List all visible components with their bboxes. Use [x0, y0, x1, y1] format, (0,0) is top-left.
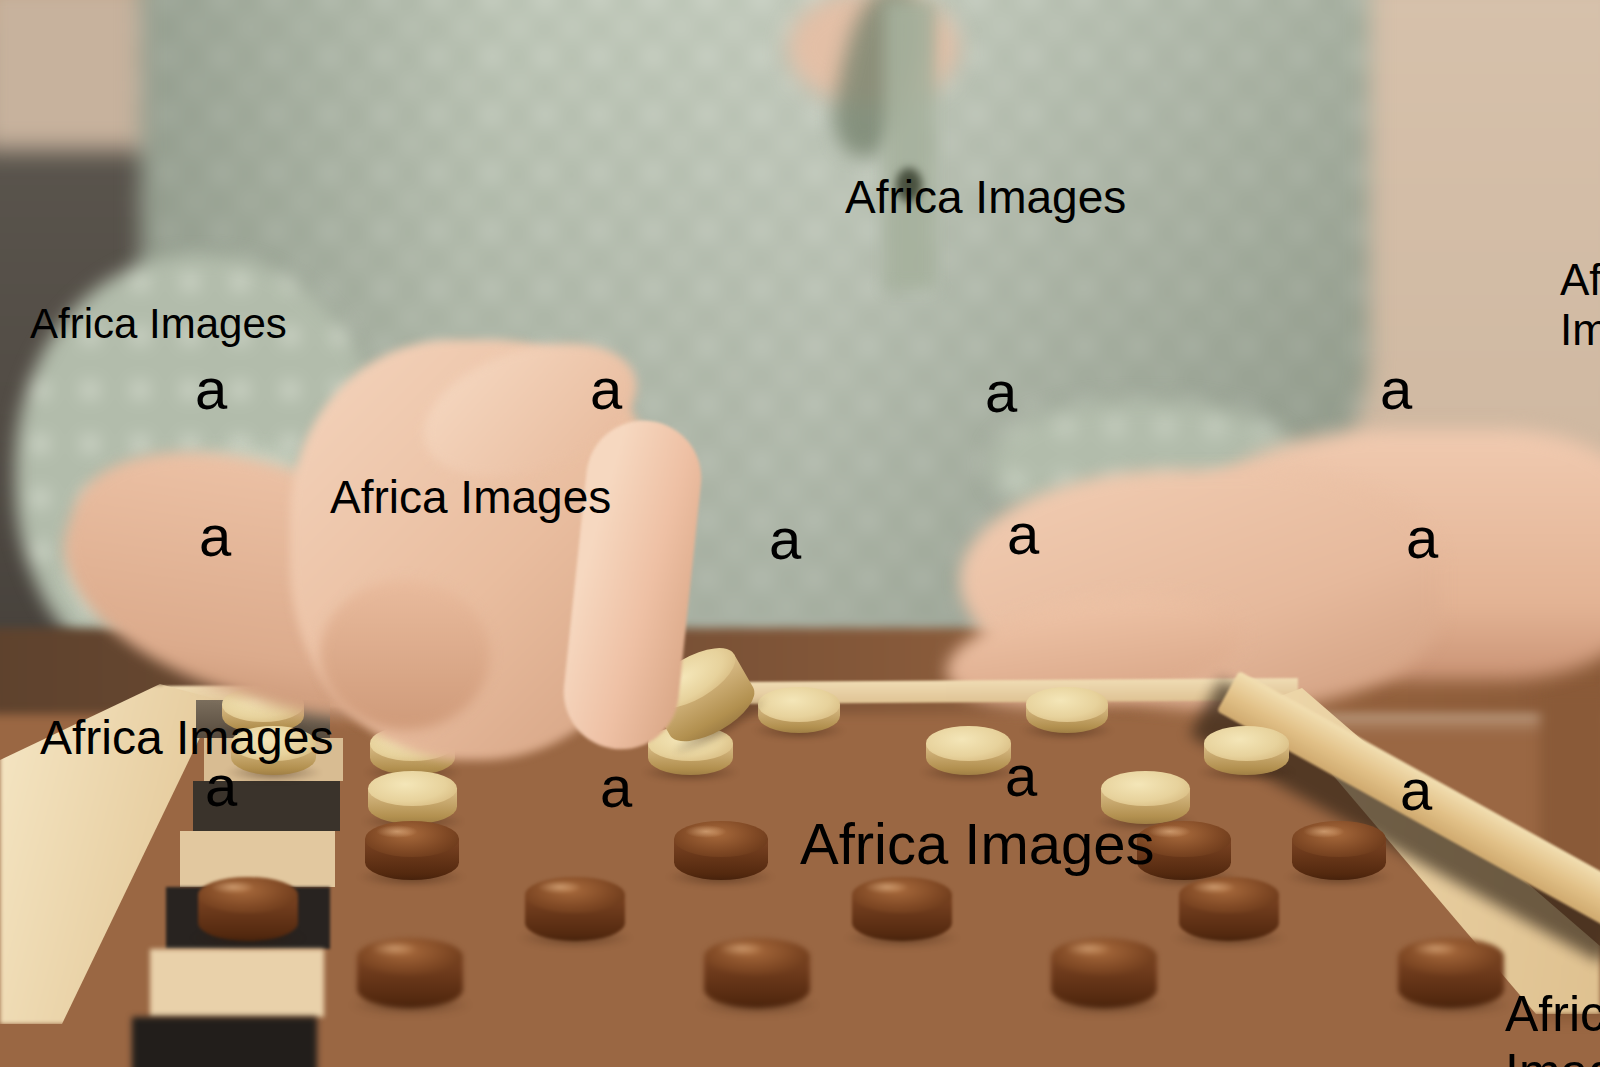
watermark-logo-letter: a [205, 752, 237, 819]
watermark-logo-a-icon: a [199, 502, 285, 588]
watermark-logo-a-icon: a [1005, 742, 1091, 828]
watermark-logo-letter: a [1005, 742, 1037, 809]
photo-stage: Africa ImagesAfrica ImagesAfrica ImagesA… [0, 0, 1600, 1067]
watermark-logo-a-icon: a [985, 358, 1071, 444]
watermark-logo-a-icon: a [195, 355, 281, 441]
watermark-text: Africa Images [1560, 255, 1600, 355]
watermark-logo-letter: a [1406, 504, 1438, 571]
watermark-logo-a-icon: a [600, 753, 686, 839]
watermark-layer: Africa ImagesAfrica ImagesAfrica ImagesA… [0, 0, 1600, 1067]
watermark-logo-a-icon: a [1406, 504, 1492, 590]
watermark-text: Africa Images [30, 300, 287, 348]
watermark-logo-a-icon: a [205, 752, 291, 838]
watermark-logo-letter: a [600, 753, 632, 820]
watermark-logo-a-icon: a [1400, 756, 1486, 842]
watermark-logo-a-icon: a [1007, 500, 1093, 586]
watermark-logo-letter: a [1380, 355, 1412, 422]
watermark-logo-letter: a [590, 355, 622, 422]
watermark-logo-letter: a [1400, 756, 1432, 823]
watermark-logo-a-icon: a [1380, 355, 1466, 441]
watermark-text: Africa Images [845, 170, 1126, 224]
watermark-logo-letter: a [1007, 500, 1039, 567]
watermark-logo-letter: a [195, 355, 227, 422]
watermark-logo-a-icon: a [769, 505, 855, 591]
watermark-text: Africa Images [1505, 985, 1600, 1067]
watermark-logo-letter: a [199, 502, 231, 569]
watermark-logo-letter: a [769, 505, 801, 572]
watermark-text: Africa Images [800, 810, 1155, 877]
watermark-logo-a-icon: a [590, 355, 676, 441]
watermark-text: Africa Images [330, 470, 611, 524]
watermark-logo-letter: a [985, 358, 1017, 425]
